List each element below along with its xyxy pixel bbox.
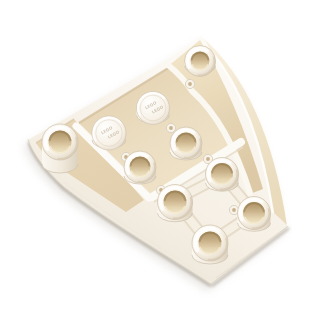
hollow-tube-diamond-right (238, 197, 271, 232)
clip-tab-hole-0 (188, 82, 192, 86)
hollow-tube-diamond-left (158, 185, 193, 222)
stud-top (92, 116, 126, 150)
stud-top (137, 92, 170, 125)
clip-tab-hole-5 (232, 208, 236, 212)
photo-canvas: White LEGO inverted wedge brick shown fr… (0, 0, 320, 320)
lego-brick-photo: White LEGO inverted wedge brick shown fr… (0, 0, 320, 320)
clip-tab-hole-1 (169, 126, 173, 130)
hollow-tube-center-right (170, 127, 202, 160)
clip-tab-hole-3 (206, 157, 210, 161)
solid-stud-2: LEGOLEGO (137, 92, 170, 125)
hollow-tube-diamond-top (206, 158, 239, 192)
hollow-tube-top (185, 46, 216, 77)
hollow-tube-left (42, 124, 78, 173)
hollow-tube-diamond-bottom (192, 225, 228, 264)
hollow-tube-center-left (124, 151, 156, 184)
solid-stud-1: LEGOLEGO (92, 116, 126, 150)
